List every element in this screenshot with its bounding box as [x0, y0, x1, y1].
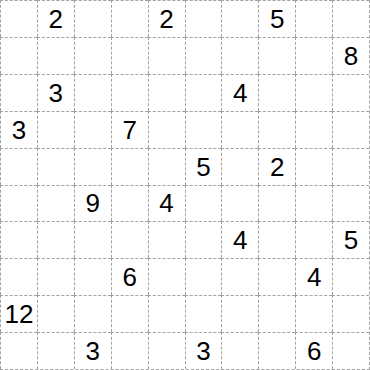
cell-r1-c7[interactable] — [258, 37, 295, 74]
cell-r1-c1[interactable] — [37, 37, 74, 74]
cell-r4-c1[interactable] — [37, 148, 74, 185]
cell-r3-c8[interactable] — [295, 111, 332, 148]
cell-r0-c9[interactable] — [332, 0, 369, 37]
cell-r5-c3[interactable] — [111, 185, 148, 222]
cell-r0-c1-clue[interactable]: 2 — [37, 0, 74, 37]
cell-r6-c1[interactable] — [37, 221, 74, 258]
cell-r1-c4[interactable] — [148, 37, 185, 74]
cell-r1-c2[interactable] — [74, 37, 111, 74]
cell-r8-c9[interactable] — [332, 295, 369, 332]
cell-r9-c0[interactable] — [0, 332, 37, 369]
cell-r6-c4[interactable] — [148, 221, 185, 258]
cell-r6-c5[interactable] — [185, 221, 222, 258]
cell-r7-c5[interactable] — [185, 258, 222, 295]
cell-r3-c5[interactable] — [185, 111, 222, 148]
cell-r1-c8[interactable] — [295, 37, 332, 74]
cell-r3-c9[interactable] — [332, 111, 369, 148]
cell-r0-c0[interactable] — [0, 0, 37, 37]
cell-r8-c1[interactable] — [37, 295, 74, 332]
cell-r9-c4[interactable] — [148, 332, 185, 369]
cell-r2-c5[interactable] — [185, 74, 222, 111]
cell-r7-c1[interactable] — [37, 258, 74, 295]
cell-r9-c8-clue[interactable]: 6 — [295, 332, 332, 369]
cell-r6-c9-clue[interactable]: 5 — [332, 221, 369, 258]
cell-r4-c5-clue[interactable]: 5 — [185, 148, 222, 185]
cell-r1-c0[interactable] — [0, 37, 37, 74]
cell-r5-c4-clue[interactable]: 4 — [148, 185, 185, 222]
cell-r4-c7-clue[interactable]: 2 — [258, 148, 295, 185]
cell-r2-c8[interactable] — [295, 74, 332, 111]
cell-r6-c0[interactable] — [0, 221, 37, 258]
cell-r7-c2[interactable] — [74, 258, 111, 295]
cell-r4-c6[interactable] — [221, 148, 258, 185]
cell-r1-c3[interactable] — [111, 37, 148, 74]
cell-r3-c6[interactable] — [221, 111, 258, 148]
cell-r2-c0[interactable] — [0, 74, 37, 111]
cell-r3-c1[interactable] — [37, 111, 74, 148]
cell-r2-c4[interactable] — [148, 74, 185, 111]
cell-r8-c2[interactable] — [74, 295, 111, 332]
cell-r8-c6[interactable] — [221, 295, 258, 332]
cell-r9-c2-clue[interactable]: 3 — [74, 332, 111, 369]
cell-r3-c2[interactable] — [74, 111, 111, 148]
cell-r9-c3[interactable] — [111, 332, 148, 369]
cell-r4-c8[interactable] — [295, 148, 332, 185]
cell-r2-c2[interactable] — [74, 74, 111, 111]
cell-r7-c8-clue[interactable]: 4 — [295, 258, 332, 295]
cell-r2-c7[interactable] — [258, 74, 295, 111]
cell-r7-c7[interactable] — [258, 258, 295, 295]
cell-r5-c9[interactable] — [332, 185, 369, 222]
cell-r7-c4[interactable] — [148, 258, 185, 295]
cell-r8-c5[interactable] — [185, 295, 222, 332]
cell-r4-c3[interactable] — [111, 148, 148, 185]
cell-r9-c7[interactable] — [258, 332, 295, 369]
cell-r7-c6[interactable] — [221, 258, 258, 295]
cell-r8-c7[interactable] — [258, 295, 295, 332]
cell-r6-c3[interactable] — [111, 221, 148, 258]
cell-r8-c3[interactable] — [111, 295, 148, 332]
cell-r1-c6[interactable] — [221, 37, 258, 74]
cell-r3-c4[interactable] — [148, 111, 185, 148]
cell-r2-c1-clue[interactable]: 3 — [37, 74, 74, 111]
cell-r2-c6-clue[interactable]: 4 — [221, 74, 258, 111]
cell-r4-c4[interactable] — [148, 148, 185, 185]
cell-r0-c2[interactable] — [74, 0, 111, 37]
cell-r5-c1[interactable] — [37, 185, 74, 222]
cell-r2-c3[interactable] — [111, 74, 148, 111]
cell-r2-c9[interactable] — [332, 74, 369, 111]
cell-r7-c9[interactable] — [332, 258, 369, 295]
cell-r0-c8[interactable] — [295, 0, 332, 37]
cell-r0-c7-clue[interactable]: 5 — [258, 0, 295, 37]
cell-r0-c4-clue[interactable]: 2 — [148, 0, 185, 37]
cell-r0-c6[interactable] — [221, 0, 258, 37]
cell-r1-c5[interactable] — [185, 37, 222, 74]
shikaku-board: 225834375294456412336 — [0, 0, 370, 370]
cell-r8-c8[interactable] — [295, 295, 332, 332]
cell-r4-c2[interactable] — [74, 148, 111, 185]
cell-r5-c2-clue[interactable]: 9 — [74, 185, 111, 222]
cell-r0-c5[interactable] — [185, 0, 222, 37]
cell-r1-c9-clue[interactable]: 8 — [332, 37, 369, 74]
cell-r3-c7[interactable] — [258, 111, 295, 148]
cell-r5-c7[interactable] — [258, 185, 295, 222]
cell-r8-c0-clue[interactable]: 12 — [0, 295, 37, 332]
cell-r3-c0-clue[interactable]: 3 — [0, 111, 37, 148]
cell-r0-c3[interactable] — [111, 0, 148, 37]
cell-r9-c5-clue[interactable]: 3 — [185, 332, 222, 369]
cell-r3-c3-clue[interactable]: 7 — [111, 111, 148, 148]
cell-r6-c2[interactable] — [74, 221, 111, 258]
cell-r7-c3-clue[interactable]: 6 — [111, 258, 148, 295]
cell-r9-c6[interactable] — [221, 332, 258, 369]
cell-r6-c6-clue[interactable]: 4 — [221, 221, 258, 258]
cell-r6-c7[interactable] — [258, 221, 295, 258]
cell-r7-c0[interactable] — [0, 258, 37, 295]
cell-r5-c6[interactable] — [221, 185, 258, 222]
cell-r9-c1[interactable] — [37, 332, 74, 369]
cell-r9-c9[interactable] — [332, 332, 369, 369]
cell-r8-c4[interactable] — [148, 295, 185, 332]
cell-r4-c0[interactable] — [0, 148, 37, 185]
cell-r5-c8[interactable] — [295, 185, 332, 222]
cell-r4-c9[interactable] — [332, 148, 369, 185]
cell-r6-c8[interactable] — [295, 221, 332, 258]
cell-r5-c5[interactable] — [185, 185, 222, 222]
cell-r5-c0[interactable] — [0, 185, 37, 222]
